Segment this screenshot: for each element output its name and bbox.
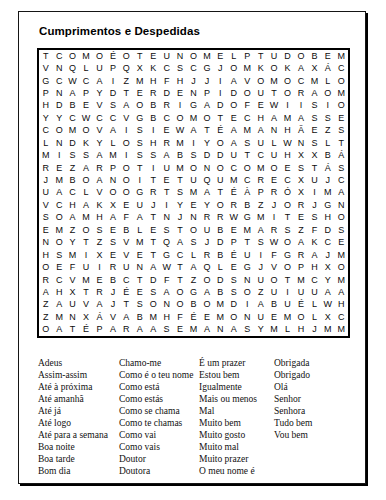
grid-cell-r10c22[interactable]: Á bbox=[321, 162, 334, 174]
grid-cell-r5c9[interactable]: B bbox=[146, 100, 159, 112]
grid-cell-r4c8[interactable]: E bbox=[133, 87, 146, 99]
grid-cell-r2c16[interactable]: M bbox=[241, 62, 254, 74]
grid-cell-r4c12[interactable]: N bbox=[187, 87, 200, 99]
grid-cell-r1c19[interactable]: D bbox=[281, 50, 294, 62]
grid-cell-r10c9[interactable]: I bbox=[146, 162, 159, 174]
grid-cell-r11c12[interactable]: U bbox=[187, 174, 200, 186]
grid-cell-r11c22[interactable]: J bbox=[321, 174, 334, 186]
grid-cell-r5c1[interactable]: H bbox=[39, 100, 52, 112]
grid-cell-r8c13[interactable]: Y bbox=[200, 137, 213, 149]
grid-cell-r3c14[interactable]: I bbox=[214, 75, 227, 87]
grid-cell-r1c13[interactable]: M bbox=[200, 50, 213, 62]
grid-cell-r14c23[interactable]: O bbox=[335, 212, 348, 224]
grid-cell-r4c4[interactable]: P bbox=[79, 87, 92, 99]
grid-cell-r1c18[interactable]: U bbox=[267, 50, 280, 62]
grid-cell-r11c7[interactable]: O bbox=[120, 174, 133, 186]
grid-cell-r1c6[interactable]: É bbox=[106, 50, 119, 62]
grid-cell-r19c9[interactable]: D bbox=[146, 274, 159, 286]
grid-cell-r21c16[interactable]: I bbox=[241, 299, 254, 311]
grid-cell-r12c23[interactable]: A bbox=[335, 187, 348, 199]
grid-cell-r16c12[interactable]: S bbox=[187, 237, 200, 249]
grid-cell-r19c11[interactable]: T bbox=[173, 274, 186, 286]
grid-cell-r3c20[interactable]: C bbox=[294, 75, 307, 87]
grid-cell-r2c15[interactable]: O bbox=[227, 62, 240, 74]
grid-cell-r19c23[interactable]: M bbox=[335, 274, 348, 286]
grid-cell-r22c16[interactable]: N bbox=[241, 311, 254, 323]
grid-cell-r15c14[interactable]: B bbox=[214, 224, 227, 236]
grid-cell-r22c9[interactable]: M bbox=[146, 311, 159, 323]
grid-cell-r23c15[interactable]: A bbox=[227, 324, 240, 336]
grid-cell-r16c20[interactable]: A bbox=[294, 237, 307, 249]
grid-cell-r22c20[interactable]: O bbox=[294, 311, 307, 323]
grid-cell-r14c18[interactable]: I bbox=[267, 212, 280, 224]
grid-cell-r1c8[interactable]: T bbox=[133, 50, 146, 62]
grid-cell-r15c20[interactable]: Z bbox=[294, 224, 307, 236]
grid-cell-r21c1[interactable]: Z bbox=[39, 299, 52, 311]
grid-cell-r6c21[interactable]: S bbox=[308, 112, 321, 124]
grid-cell-r20c12[interactable]: G bbox=[187, 286, 200, 298]
grid-cell-r4c16[interactable]: O bbox=[241, 87, 254, 99]
grid-cell-r10c5[interactable]: R bbox=[93, 162, 106, 174]
grid-cell-r20c19[interactable]: I bbox=[281, 286, 294, 298]
grid-cell-r21c5[interactable]: A bbox=[93, 299, 106, 311]
grid-cell-r8c12[interactable]: I bbox=[187, 137, 200, 149]
grid-cell-r15c11[interactable]: T bbox=[173, 224, 186, 236]
grid-cell-r11c5[interactable]: A bbox=[93, 174, 106, 186]
grid-cell-r20c7[interactable]: É bbox=[120, 286, 133, 298]
grid-cell-r13c19[interactable]: O bbox=[281, 199, 294, 211]
grid-cell-r15c21[interactable]: F bbox=[308, 224, 321, 236]
grid-cell-r16c8[interactable]: M bbox=[133, 237, 146, 249]
grid-cell-r23c14[interactable]: N bbox=[214, 324, 227, 336]
grid-cell-r3c1[interactable]: G bbox=[39, 75, 52, 87]
grid-cell-r16c22[interactable]: C bbox=[321, 237, 334, 249]
grid-cell-r2c18[interactable]: O bbox=[267, 62, 280, 74]
grid-cell-r16c1[interactable]: N bbox=[39, 237, 52, 249]
grid-cell-r17c13[interactable]: R bbox=[200, 249, 213, 261]
grid-cell-r4c18[interactable]: T bbox=[267, 87, 280, 99]
grid-cell-r4c7[interactable]: T bbox=[120, 87, 133, 99]
grid-cell-r18c23[interactable]: O bbox=[335, 261, 348, 273]
grid-cell-r22c19[interactable]: M bbox=[281, 311, 294, 323]
grid-cell-r22c12[interactable]: É bbox=[187, 311, 200, 323]
grid-cell-r18c7[interactable]: U bbox=[120, 261, 133, 273]
grid-cell-r1c7[interactable]: O bbox=[120, 50, 133, 62]
grid-cell-r15c5[interactable]: S bbox=[93, 224, 106, 236]
grid-cell-r21c18[interactable]: B bbox=[267, 299, 280, 311]
grid-cell-r7c8[interactable]: S bbox=[133, 125, 146, 137]
grid-cell-r9c11[interactable]: B bbox=[173, 149, 186, 161]
grid-cell-r9c7[interactable]: I bbox=[120, 149, 133, 161]
grid-cell-r5c8[interactable]: O bbox=[133, 100, 146, 112]
grid-cell-r18c8[interactable]: N bbox=[133, 261, 146, 273]
grid-cell-r3c7[interactable]: Z bbox=[120, 75, 133, 87]
grid-cell-r12c20[interactable]: X bbox=[294, 187, 307, 199]
grid-cell-r3c3[interactable]: W bbox=[66, 75, 79, 87]
grid-cell-r11c3[interactable]: B bbox=[66, 174, 79, 186]
grid-cell-r1c11[interactable]: N bbox=[173, 50, 186, 62]
grid-cell-r21c21[interactable]: L bbox=[308, 299, 321, 311]
grid-cell-r20c22[interactable]: A bbox=[321, 286, 334, 298]
grid-cell-r5c17[interactable]: E bbox=[254, 100, 267, 112]
grid-cell-r2c14[interactable]: J bbox=[214, 62, 227, 74]
grid-cell-r8c15[interactable]: A bbox=[227, 137, 240, 149]
grid-cell-r13c11[interactable]: Y bbox=[173, 199, 186, 211]
grid-cell-r11c4[interactable]: O bbox=[79, 174, 92, 186]
grid-cell-r21c23[interactable]: H bbox=[335, 299, 348, 311]
grid-cell-r22c4[interactable]: X bbox=[79, 311, 92, 323]
grid-cell-r9c12[interactable]: S bbox=[187, 149, 200, 161]
grid-cell-r8c10[interactable]: R bbox=[160, 137, 173, 149]
grid-cell-r8c21[interactable]: S bbox=[308, 137, 321, 149]
grid-cell-r18c21[interactable]: H bbox=[308, 261, 321, 273]
grid-cell-r15c9[interactable]: E bbox=[146, 224, 159, 236]
grid-cell-r11c17[interactable]: R bbox=[254, 174, 267, 186]
grid-cell-r23c10[interactable]: S bbox=[160, 324, 173, 336]
grid-cell-r18c18[interactable]: V bbox=[267, 261, 280, 273]
grid-cell-r11c10[interactable]: E bbox=[160, 174, 173, 186]
grid-cell-r22c7[interactable]: A bbox=[120, 311, 133, 323]
grid-cell-r12c13[interactable]: A bbox=[200, 187, 213, 199]
grid-cell-r6c12[interactable]: M bbox=[187, 112, 200, 124]
grid-cell-r13c17[interactable]: Z bbox=[254, 199, 267, 211]
grid-cell-r12c17[interactable]: P bbox=[254, 187, 267, 199]
grid-cell-r14c19[interactable]: T bbox=[281, 212, 294, 224]
grid-cell-r23c20[interactable]: H bbox=[294, 324, 307, 336]
grid-cell-r21c7[interactable]: T bbox=[120, 299, 133, 311]
grid-cell-r7c9[interactable]: I bbox=[146, 125, 159, 137]
grid-cell-r3c5[interactable]: A bbox=[93, 75, 106, 87]
grid-cell-r21c22[interactable]: W bbox=[321, 299, 334, 311]
grid-cell-r2c12[interactable]: C bbox=[187, 62, 200, 74]
grid-cell-r11c6[interactable]: N bbox=[106, 174, 119, 186]
grid-cell-r13c5[interactable]: K bbox=[93, 199, 106, 211]
grid-cell-r9c16[interactable]: T bbox=[241, 149, 254, 161]
grid-cell-r15c23[interactable]: S bbox=[335, 224, 348, 236]
grid-cell-r13c13[interactable]: Y bbox=[200, 199, 213, 211]
grid-cell-r10c8[interactable]: T bbox=[133, 162, 146, 174]
grid-cell-r17c11[interactable]: C bbox=[173, 249, 186, 261]
grid-cell-r22c17[interactable]: U bbox=[254, 311, 267, 323]
grid-cell-r11c23[interactable]: C bbox=[335, 174, 348, 186]
grid-cell-r5c15[interactable]: O bbox=[227, 100, 240, 112]
grid-cell-r15c16[interactable]: M bbox=[241, 224, 254, 236]
grid-cell-r4c19[interactable]: O bbox=[281, 87, 294, 99]
grid-cell-r19c10[interactable]: F bbox=[160, 274, 173, 286]
grid-cell-r18c17[interactable]: J bbox=[254, 261, 267, 273]
grid-cell-r17c16[interactable]: U bbox=[241, 249, 254, 261]
grid-cell-r6c1[interactable]: Y bbox=[39, 112, 52, 124]
grid-cell-r8c5[interactable]: Y bbox=[93, 137, 106, 149]
grid-cell-r22c23[interactable]: C bbox=[335, 311, 348, 323]
grid-cell-r17c7[interactable]: V bbox=[120, 249, 133, 261]
grid-cell-r17c14[interactable]: B bbox=[214, 249, 227, 261]
grid-cell-r14c10[interactable]: N bbox=[160, 212, 173, 224]
grid-cell-r4c6[interactable]: D bbox=[106, 87, 119, 99]
grid-cell-r12c12[interactable]: M bbox=[187, 187, 200, 199]
grid-cell-r3c6[interactable]: I bbox=[106, 75, 119, 87]
grid-cell-r2c6[interactable]: P bbox=[106, 62, 119, 74]
grid-cell-r13c18[interactable]: J bbox=[267, 199, 280, 211]
grid-cell-r12c6[interactable]: O bbox=[106, 187, 119, 199]
grid-cell-r7c2[interactable]: O bbox=[52, 125, 65, 137]
grid-cell-r19c4[interactable]: M bbox=[79, 274, 92, 286]
grid-cell-r14c2[interactable]: O bbox=[52, 212, 65, 224]
grid-cell-r16c5[interactable]: Z bbox=[93, 237, 106, 249]
grid-cell-r22c1[interactable]: Z bbox=[39, 311, 52, 323]
grid-cell-r13c9[interactable]: J bbox=[146, 199, 159, 211]
grid-cell-r12c2[interactable]: A bbox=[52, 187, 65, 199]
grid-cell-r9c18[interactable]: U bbox=[267, 149, 280, 161]
grid-cell-r2c1[interactable]: V bbox=[39, 62, 52, 74]
grid-cell-r21c20[interactable]: É bbox=[294, 299, 307, 311]
grid-cell-r22c13[interactable]: E bbox=[200, 311, 213, 323]
grid-cell-r10c17[interactable]: M bbox=[254, 162, 267, 174]
grid-cell-r6c11[interactable]: O bbox=[173, 112, 186, 124]
grid-cell-r10c11[interactable]: M bbox=[173, 162, 186, 174]
grid-cell-r7c18[interactable]: N bbox=[267, 125, 280, 137]
grid-cell-r22c8[interactable]: B bbox=[133, 311, 146, 323]
grid-cell-r9c3[interactable]: S bbox=[66, 149, 79, 161]
grid-cell-r1c9[interactable]: E bbox=[146, 50, 159, 62]
grid-cell-r5c4[interactable]: E bbox=[79, 100, 92, 112]
grid-cell-r18c9[interactable]: A bbox=[146, 261, 159, 273]
grid-cell-r11c8[interactable]: I bbox=[133, 174, 146, 186]
grid-cell-r12c11[interactable]: S bbox=[173, 187, 186, 199]
grid-cell-r23c2[interactable]: A bbox=[52, 324, 65, 336]
grid-cell-r9c14[interactable]: D bbox=[214, 149, 227, 161]
grid-cell-r13c15[interactable]: R bbox=[227, 199, 240, 211]
grid-cell-r9c22[interactable]: B bbox=[321, 149, 334, 161]
grid-cell-r8c16[interactable]: S bbox=[241, 137, 254, 149]
grid-cell-r23c16[interactable]: S bbox=[241, 324, 254, 336]
grid-cell-r17c18[interactable]: F bbox=[267, 249, 280, 261]
grid-cell-r8c1[interactable]: L bbox=[39, 137, 52, 149]
grid-cell-r3c22[interactable]: L bbox=[321, 75, 334, 87]
grid-cell-r9c15[interactable]: U bbox=[227, 149, 240, 161]
grid-cell-r21c8[interactable]: S bbox=[133, 299, 146, 311]
grid-cell-r2c5[interactable]: U bbox=[93, 62, 106, 74]
grid-cell-r2c23[interactable]: C bbox=[335, 62, 348, 74]
grid-cell-r8c4[interactable]: K bbox=[79, 137, 92, 149]
grid-cell-r16c17[interactable]: S bbox=[254, 237, 267, 249]
grid-cell-r15c7[interactable]: B bbox=[120, 224, 133, 236]
grid-cell-r6c22[interactable]: S bbox=[321, 112, 334, 124]
grid-cell-r9c5[interactable]: A bbox=[93, 149, 106, 161]
grid-cell-r17c12[interactable]: L bbox=[187, 249, 200, 261]
grid-cell-r14c9[interactable]: T bbox=[146, 212, 159, 224]
grid-cell-r2c10[interactable]: C bbox=[160, 62, 173, 74]
grid-cell-r18c12[interactable]: A bbox=[187, 261, 200, 273]
grid-cell-r7c14[interactable]: É bbox=[214, 125, 227, 137]
grid-cell-r1c20[interactable]: O bbox=[294, 50, 307, 62]
grid-cell-r21c4[interactable]: V bbox=[79, 299, 92, 311]
grid-cell-r7c16[interactable]: M bbox=[241, 125, 254, 137]
grid-cell-r15c3[interactable]: Z bbox=[66, 224, 79, 236]
grid-cell-r4c3[interactable]: A bbox=[66, 87, 79, 99]
grid-cell-r16c6[interactable]: S bbox=[106, 237, 119, 249]
grid-cell-r23c11[interactable]: E bbox=[173, 324, 186, 336]
grid-cell-r6c5[interactable]: C bbox=[93, 112, 106, 124]
grid-cell-r15c10[interactable]: S bbox=[160, 224, 173, 236]
grid-cell-r11c9[interactable]: T bbox=[146, 174, 159, 186]
grid-cell-r10c14[interactable]: O bbox=[214, 162, 227, 174]
grid-cell-r5c19[interactable]: I bbox=[281, 100, 294, 112]
grid-cell-r17c4[interactable]: I bbox=[79, 249, 92, 261]
grid-cell-r8c7[interactable]: O bbox=[120, 137, 133, 149]
grid-cell-r7c5[interactable]: V bbox=[93, 125, 106, 137]
grid-cell-r20c9[interactable]: S bbox=[146, 286, 159, 298]
grid-cell-r14c4[interactable]: M bbox=[79, 212, 92, 224]
grid-cell-r14c16[interactable]: G bbox=[241, 212, 254, 224]
grid-cell-r1c5[interactable]: O bbox=[93, 50, 106, 62]
grid-cell-r15c4[interactable]: O bbox=[79, 224, 92, 236]
grid-cell-r3c9[interactable]: H bbox=[146, 75, 159, 87]
grid-cell-r9c2[interactable]: I bbox=[52, 149, 65, 161]
grid-cell-r7c11[interactable]: W bbox=[173, 125, 186, 137]
grid-cell-r1c15[interactable]: L bbox=[227, 50, 240, 62]
grid-cell-r3c17[interactable]: O bbox=[254, 75, 267, 87]
grid-cell-r10c19[interactable]: E bbox=[281, 162, 294, 174]
grid-cell-r20c8[interactable]: E bbox=[133, 286, 146, 298]
grid-cell-r15c8[interactable]: L bbox=[133, 224, 146, 236]
grid-cell-r3c10[interactable]: F bbox=[160, 75, 173, 87]
grid-cell-r19c21[interactable]: C bbox=[308, 274, 321, 286]
grid-cell-r4c1[interactable]: P bbox=[39, 87, 52, 99]
grid-cell-r10c12[interactable]: O bbox=[187, 162, 200, 174]
grid-cell-r23c17[interactable]: Y bbox=[254, 324, 267, 336]
grid-cell-r1c23[interactable]: M bbox=[335, 50, 348, 62]
grid-cell-r3c23[interactable]: O bbox=[335, 75, 348, 87]
grid-cell-r5c10[interactable]: R bbox=[160, 100, 173, 112]
grid-cell-r22c3[interactable]: N bbox=[66, 311, 79, 323]
grid-cell-r8c2[interactable]: N bbox=[52, 137, 65, 149]
grid-cell-r9c17[interactable]: C bbox=[254, 149, 267, 161]
grid-cell-r6c13[interactable]: O bbox=[200, 112, 213, 124]
grid-cell-r21c10[interactable]: N bbox=[160, 299, 173, 311]
grid-cell-r19c12[interactable]: Z bbox=[187, 274, 200, 286]
grid-cell-r5c7[interactable]: A bbox=[120, 100, 133, 112]
grid-cell-r18c10[interactable]: W bbox=[160, 261, 173, 273]
grid-cell-r8c9[interactable]: H bbox=[146, 137, 159, 149]
grid-cell-r1c14[interactable]: E bbox=[214, 50, 227, 62]
grid-cell-r7c17[interactable]: A bbox=[254, 125, 267, 137]
grid-cell-r13c12[interactable]: E bbox=[187, 199, 200, 211]
grid-cell-r11c2[interactable]: M bbox=[52, 174, 65, 186]
grid-cell-r2c13[interactable]: G bbox=[200, 62, 213, 74]
grid-cell-r9c21[interactable]: X bbox=[308, 149, 321, 161]
grid-cell-r7c13[interactable]: T bbox=[200, 125, 213, 137]
grid-cell-r14c13[interactable]: R bbox=[200, 212, 213, 224]
grid-cell-r16c23[interactable]: E bbox=[335, 237, 348, 249]
grid-cell-r4c15[interactable]: D bbox=[227, 87, 240, 99]
grid-cell-r14c11[interactable]: J bbox=[173, 212, 186, 224]
grid-cell-r5c11[interactable]: I bbox=[173, 100, 186, 112]
grid-cell-r2c4[interactable]: L bbox=[79, 62, 92, 74]
grid-cell-r20c6[interactable]: J bbox=[106, 286, 119, 298]
grid-cell-r17c3[interactable]: M bbox=[66, 249, 79, 261]
grid-cell-r19c17[interactable]: U bbox=[254, 274, 267, 286]
grid-cell-r19c19[interactable]: T bbox=[281, 274, 294, 286]
grid-cell-r6c23[interactable]: E bbox=[335, 112, 348, 124]
grid-cell-r5c13[interactable]: A bbox=[200, 100, 213, 112]
grid-cell-r20c21[interactable]: U bbox=[308, 286, 321, 298]
grid-cell-r19c5[interactable]: E bbox=[93, 274, 106, 286]
grid-cell-r21c13[interactable]: O bbox=[200, 299, 213, 311]
grid-cell-r20c3[interactable]: X bbox=[66, 286, 79, 298]
grid-cell-r17c8[interactable]: E bbox=[133, 249, 146, 261]
grid-cell-r8c11[interactable]: M bbox=[173, 137, 186, 149]
grid-cell-r17c23[interactable]: M bbox=[335, 249, 348, 261]
grid-cell-r17c9[interactable]: T bbox=[146, 249, 159, 261]
grid-cell-r16c13[interactable]: J bbox=[200, 237, 213, 249]
grid-cell-r3c4[interactable]: C bbox=[79, 75, 92, 87]
grid-cell-r19c16[interactable]: N bbox=[241, 274, 254, 286]
grid-cell-r13c20[interactable]: R bbox=[294, 199, 307, 211]
grid-cell-r4c17[interactable]: U bbox=[254, 87, 267, 99]
grid-cell-r6c10[interactable]: C bbox=[160, 112, 173, 124]
grid-cell-r20c1[interactable]: A bbox=[39, 286, 52, 298]
grid-cell-r2c3[interactable]: Q bbox=[66, 62, 79, 74]
grid-cell-r3c19[interactable]: O bbox=[281, 75, 294, 87]
grid-cell-r19c8[interactable]: T bbox=[133, 274, 146, 286]
grid-cell-r9c20[interactable]: X bbox=[294, 149, 307, 161]
grid-cell-r6c20[interactable]: A bbox=[294, 112, 307, 124]
grid-cell-r19c7[interactable]: C bbox=[120, 274, 133, 286]
grid-cell-r10c7[interactable]: O bbox=[120, 162, 133, 174]
grid-cell-r3c12[interactable]: J bbox=[187, 75, 200, 87]
grid-cell-r17c15[interactable]: É bbox=[227, 249, 240, 261]
grid-cell-r7c15[interactable]: A bbox=[227, 125, 240, 137]
grid-cell-r21c3[interactable]: U bbox=[66, 299, 79, 311]
grid-cell-r23c18[interactable]: M bbox=[267, 324, 280, 336]
grid-cell-r13c4[interactable]: A bbox=[79, 199, 92, 211]
grid-cell-r17c6[interactable]: E bbox=[106, 249, 119, 261]
grid-cell-r20c4[interactable]: T bbox=[79, 286, 92, 298]
grid-cell-r22c22[interactable]: X bbox=[321, 311, 334, 323]
grid-cell-r5c5[interactable]: V bbox=[93, 100, 106, 112]
grid-cell-r23c4[interactable]: É bbox=[79, 324, 92, 336]
grid-cell-r8c19[interactable]: W bbox=[281, 137, 294, 149]
grid-cell-r16c16[interactable]: T bbox=[241, 237, 254, 249]
grid-cell-r11c19[interactable]: C bbox=[281, 174, 294, 186]
grid-cell-r23c5[interactable]: P bbox=[93, 324, 106, 336]
grid-cell-r17c2[interactable]: S bbox=[52, 249, 65, 261]
grid-cell-r8c18[interactable]: L bbox=[267, 137, 280, 149]
grid-cell-r8c20[interactable]: N bbox=[294, 137, 307, 149]
grid-cell-r16c10[interactable]: Q bbox=[160, 237, 173, 249]
grid-cell-r17c20[interactable]: R bbox=[294, 249, 307, 261]
grid-cell-r22c18[interactable]: E bbox=[267, 311, 280, 323]
grid-cell-r13c22[interactable]: G bbox=[321, 199, 334, 211]
grid-cell-r1c21[interactable]: B bbox=[308, 50, 321, 62]
grid-cell-r6c6[interactable]: C bbox=[106, 112, 119, 124]
grid-cell-r2c19[interactable]: K bbox=[281, 62, 294, 74]
grid-cell-r14c8[interactable]: A bbox=[133, 212, 146, 224]
grid-cell-r20c10[interactable]: A bbox=[160, 286, 173, 298]
grid-cell-r9c6[interactable]: M bbox=[106, 149, 119, 161]
grid-cell-r7c10[interactable]: E bbox=[160, 125, 173, 137]
grid-cell-r16c9[interactable]: T bbox=[146, 237, 159, 249]
grid-cell-r2c17[interactable]: K bbox=[254, 62, 267, 74]
grid-cell-r4c23[interactable]: M bbox=[335, 87, 348, 99]
grid-cell-r14c12[interactable]: N bbox=[187, 212, 200, 224]
grid-cell-r1c10[interactable]: U bbox=[160, 50, 173, 62]
grid-cell-r12c15[interactable]: É bbox=[227, 187, 240, 199]
grid-cell-r14c20[interactable]: E bbox=[294, 212, 307, 224]
grid-cell-r9c19[interactable]: H bbox=[281, 149, 294, 161]
grid-cell-r8c14[interactable]: O bbox=[214, 137, 227, 149]
